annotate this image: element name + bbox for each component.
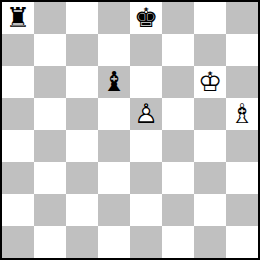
square-d5[interactable] [98,98,130,130]
square-a1[interactable] [2,226,34,258]
square-h6[interactable] [226,66,258,98]
white-pawn-e5[interactable]: ♟♙ [130,98,162,130]
square-g5[interactable] [194,98,226,130]
square-f8[interactable] [162,2,194,34]
black-bishop-glyph: ♝ [102,66,126,98]
white-bishop-glyph: ♗ [230,98,254,130]
square-a8[interactable]: ♜ [2,2,34,34]
black-king-glyph: ♚ [134,2,158,34]
square-a6[interactable] [2,66,34,98]
square-b4[interactable] [34,130,66,162]
white-pawn-glyph: ♙ [134,98,158,130]
square-a2[interactable] [2,194,34,226]
square-e8[interactable]: ♚ [130,2,162,34]
square-e4[interactable] [130,130,162,162]
square-e5[interactable]: ♟♙ [130,98,162,130]
square-f3[interactable] [162,162,194,194]
square-h5[interactable]: ♝♗ [226,98,258,130]
square-f5[interactable] [162,98,194,130]
square-e1[interactable] [130,226,162,258]
square-e2[interactable] [130,194,162,226]
square-c6[interactable] [66,66,98,98]
square-d2[interactable] [98,194,130,226]
square-a3[interactable] [2,162,34,194]
square-a5[interactable] [2,98,34,130]
white-bishop-h5[interactable]: ♝♗ [226,98,258,130]
square-h2[interactable] [226,194,258,226]
square-h7[interactable] [226,34,258,66]
square-g2[interactable] [194,194,226,226]
square-e3[interactable] [130,162,162,194]
black-rook-glyph: ♜ [6,2,30,34]
square-h4[interactable] [226,130,258,162]
square-b1[interactable] [34,226,66,258]
chess-diagram: ♜♚♝♚♔♟♙♝♗ [0,0,260,260]
chess-board: ♜♚♝♚♔♟♙♝♗ [0,0,260,260]
square-g1[interactable] [194,226,226,258]
square-f7[interactable] [162,34,194,66]
square-c4[interactable] [66,130,98,162]
square-b6[interactable] [34,66,66,98]
square-f4[interactable] [162,130,194,162]
square-c2[interactable] [66,194,98,226]
square-g6[interactable]: ♚♔ [194,66,226,98]
square-c5[interactable] [66,98,98,130]
white-king-g6[interactable]: ♚♔ [194,66,226,98]
square-e6[interactable] [130,66,162,98]
square-d6[interactable]: ♝ [98,66,130,98]
square-c7[interactable] [66,34,98,66]
square-d1[interactable] [98,226,130,258]
square-f6[interactable] [162,66,194,98]
square-g4[interactable] [194,130,226,162]
square-f1[interactable] [162,226,194,258]
square-g3[interactable] [194,162,226,194]
square-d7[interactable] [98,34,130,66]
square-h3[interactable] [226,162,258,194]
square-b8[interactable] [34,2,66,34]
square-d4[interactable] [98,130,130,162]
square-b2[interactable] [34,194,66,226]
square-b3[interactable] [34,162,66,194]
white-king-glyph: ♔ [198,66,222,98]
black-bishop-d6[interactable]: ♝ [98,66,130,98]
square-a7[interactable] [2,34,34,66]
square-c1[interactable] [66,226,98,258]
black-rook-a8[interactable]: ♜ [2,2,34,34]
square-c8[interactable] [66,2,98,34]
square-b7[interactable] [34,34,66,66]
square-d8[interactable] [98,2,130,34]
square-h1[interactable] [226,226,258,258]
square-b5[interactable] [34,98,66,130]
black-king-e8[interactable]: ♚ [130,2,162,34]
square-c3[interactable] [66,162,98,194]
square-f2[interactable] [162,194,194,226]
square-h8[interactable] [226,2,258,34]
square-g8[interactable] [194,2,226,34]
square-d3[interactable] [98,162,130,194]
square-g7[interactable] [194,34,226,66]
square-e7[interactable] [130,34,162,66]
square-a4[interactable] [2,130,34,162]
